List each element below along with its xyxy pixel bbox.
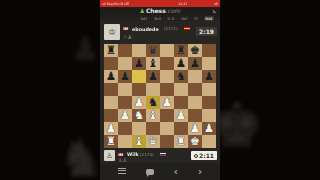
chat-button[interactable] [146, 169, 154, 175]
piece-white-pawn[interactable]: ♟ [176, 109, 186, 122]
square-g4[interactable] [188, 96, 202, 109]
square-e6[interactable] [160, 70, 174, 83]
square-f1[interactable]: ♜ [174, 135, 188, 148]
square-a8[interactable]: ♜ [104, 44, 118, 57]
piece-white-pawn[interactable]: ♟ [162, 96, 172, 109]
bottom-toolbar: ‹ › [100, 163, 220, 180]
player-row-top[interactable]: ♔ IM eboudede (2171) ♘♙ 2:19 [100, 21, 220, 44]
move-token[interactable]: f3 [194, 16, 197, 20]
piece-white-rook[interactable]: ♜ [176, 135, 186, 148]
piece-black-pawn[interactable]: ♟ [120, 70, 130, 83]
piece-black-knight[interactable]: ♞ [176, 70, 186, 83]
move-token[interactable]: Nc6 [154, 16, 161, 20]
square-h1[interactable] [202, 135, 216, 148]
piece-black-pawn[interactable]: ♟ [204, 70, 214, 83]
square-e8[interactable] [160, 44, 174, 57]
square-a5[interactable] [104, 83, 118, 96]
square-e7[interactable] [160, 57, 174, 70]
move-token[interactable]: Bd3 [140, 16, 147, 20]
move-token[interactable]: O-O [168, 16, 175, 20]
avatar-top[interactable]: ♔ [104, 24, 120, 40]
square-b2[interactable] [118, 122, 132, 135]
piece-white-king[interactable]: ♚ [190, 135, 200, 148]
move-token[interactable]: Nd4 [204, 16, 213, 20]
square-f5[interactable] [174, 83, 188, 96]
move-token[interactable]: Bd7 [182, 16, 189, 20]
chat-icon [146, 169, 154, 175]
background-knight-silhouette: ♞ [58, 128, 105, 180]
title-badge-bottom: IM [118, 153, 124, 156]
square-a1[interactable]: ♜ [104, 135, 118, 148]
square-h4[interactable] [202, 96, 216, 109]
square-h2[interactable]: ♟ [202, 122, 216, 135]
square-d6[interactable]: ♟ [146, 70, 160, 83]
square-c1[interactable]: ♝ [132, 135, 146, 148]
piece-black-pawn[interactable]: ♟ [106, 70, 116, 83]
move-list-icon [118, 168, 126, 175]
timer-icon [194, 154, 198, 158]
square-b3[interactable]: ♟ [118, 109, 132, 122]
square-d1[interactable]: ♛ [146, 135, 160, 148]
square-e2[interactable] [160, 122, 174, 135]
player-row-bottom[interactable]: ♙ IM Wilk (2170) ♝♟ 2:11 [100, 148, 220, 163]
flag-top [184, 27, 190, 31]
chess-board[interactable]: ♜♛♜♚♟♝♟♟♟♟♟♞♟♟♞♟♟♞♝♟♟♟♟♜♝♛♜♚ [104, 44, 216, 148]
piece-white-queen[interactable]: ♛ [148, 135, 158, 148]
piece-black-rook[interactable]: ♜ [106, 44, 116, 57]
avatar-bottom[interactable]: ♙ [104, 150, 115, 161]
logo-text: Chess [146, 8, 166, 14]
square-b5[interactable] [118, 83, 132, 96]
square-c3[interactable]: ♞ [132, 109, 146, 122]
logo-suffix: .com [166, 8, 181, 14]
carrier-label: ull BraxFon M LTE [102, 2, 129, 6]
captured-pieces-top: ♘♙ [123, 34, 132, 40]
username-bottom[interactable]: Wilk [127, 152, 139, 158]
clock-bottom-active: 2:11 [191, 151, 217, 160]
square-g5[interactable] [188, 83, 202, 96]
flag-bottom [160, 153, 166, 157]
clock-top: 2:19 [196, 27, 217, 36]
square-g7[interactable]: ♟ [188, 57, 202, 70]
square-f6[interactable]: ♞ [174, 70, 188, 83]
piece-black-pawn[interactable]: ♟ [190, 57, 200, 70]
square-e3[interactable] [160, 109, 174, 122]
square-e4[interactable]: ♟ [160, 96, 174, 109]
piece-white-bishop[interactable]: ♝ [134, 135, 144, 148]
piece-black-pawn[interactable]: ♟ [134, 57, 144, 70]
battery-indicator: 48 [214, 2, 218, 6]
square-g6[interactable] [188, 70, 202, 83]
square-b6[interactable]: ♟ [118, 70, 132, 83]
username-top[interactable]: eboudede [132, 26, 159, 32]
app-header: ♟ Chess .com [100, 7, 220, 15]
square-c7[interactable]: ♟ [132, 57, 146, 70]
pawn-logo-icon: ♟ [139, 8, 144, 14]
chesscom-logo[interactable]: ♟ Chess .com [139, 8, 180, 14]
square-h8[interactable] [202, 44, 216, 57]
piece-white-rook[interactable]: ♜ [106, 135, 116, 148]
piece-black-pawn[interactable]: ♟ [148, 70, 158, 83]
square-b8[interactable] [118, 44, 132, 57]
rating-bottom: (2170) [140, 152, 154, 157]
forward-button[interactable]: › [198, 167, 202, 177]
piece-white-pawn[interactable]: ♟ [120, 109, 130, 122]
square-b1[interactable] [118, 135, 132, 148]
phone-screen: ull BraxFon M LTE 12:47 48 ♟ Chess .com … [100, 0, 220, 180]
square-a6[interactable]: ♟ [104, 70, 118, 83]
piece-white-bishop[interactable]: ♝ [148, 109, 158, 122]
title-badge-top: IM [123, 27, 129, 30]
header-corner-icon[interactable] [213, 9, 217, 13]
square-e1[interactable] [160, 135, 174, 148]
square-d3[interactable]: ♝ [146, 109, 160, 122]
back-button[interactable]: ‹ [174, 167, 178, 177]
move-list-button[interactable] [118, 168, 126, 175]
square-h6[interactable]: ♟ [202, 70, 216, 83]
square-c6[interactable] [132, 70, 146, 83]
piece-white-pawn[interactable]: ♟ [204, 122, 214, 135]
rating-top: (2171) [164, 26, 178, 31]
captured-pieces-bottom: ♝♟ [118, 157, 127, 163]
status-bar: ull BraxFon M LTE 12:47 48 [100, 0, 220, 7]
square-a4[interactable] [104, 96, 118, 109]
square-h5[interactable] [202, 83, 216, 96]
clock-time: 12:47 [178, 2, 187, 6]
piece-white-knight[interactable]: ♞ [134, 109, 144, 122]
background-pawn-silhouette: ♟ [70, 28, 100, 68]
square-f3[interactable]: ♟ [174, 109, 188, 122]
square-g1[interactable]: ♚ [188, 135, 202, 148]
